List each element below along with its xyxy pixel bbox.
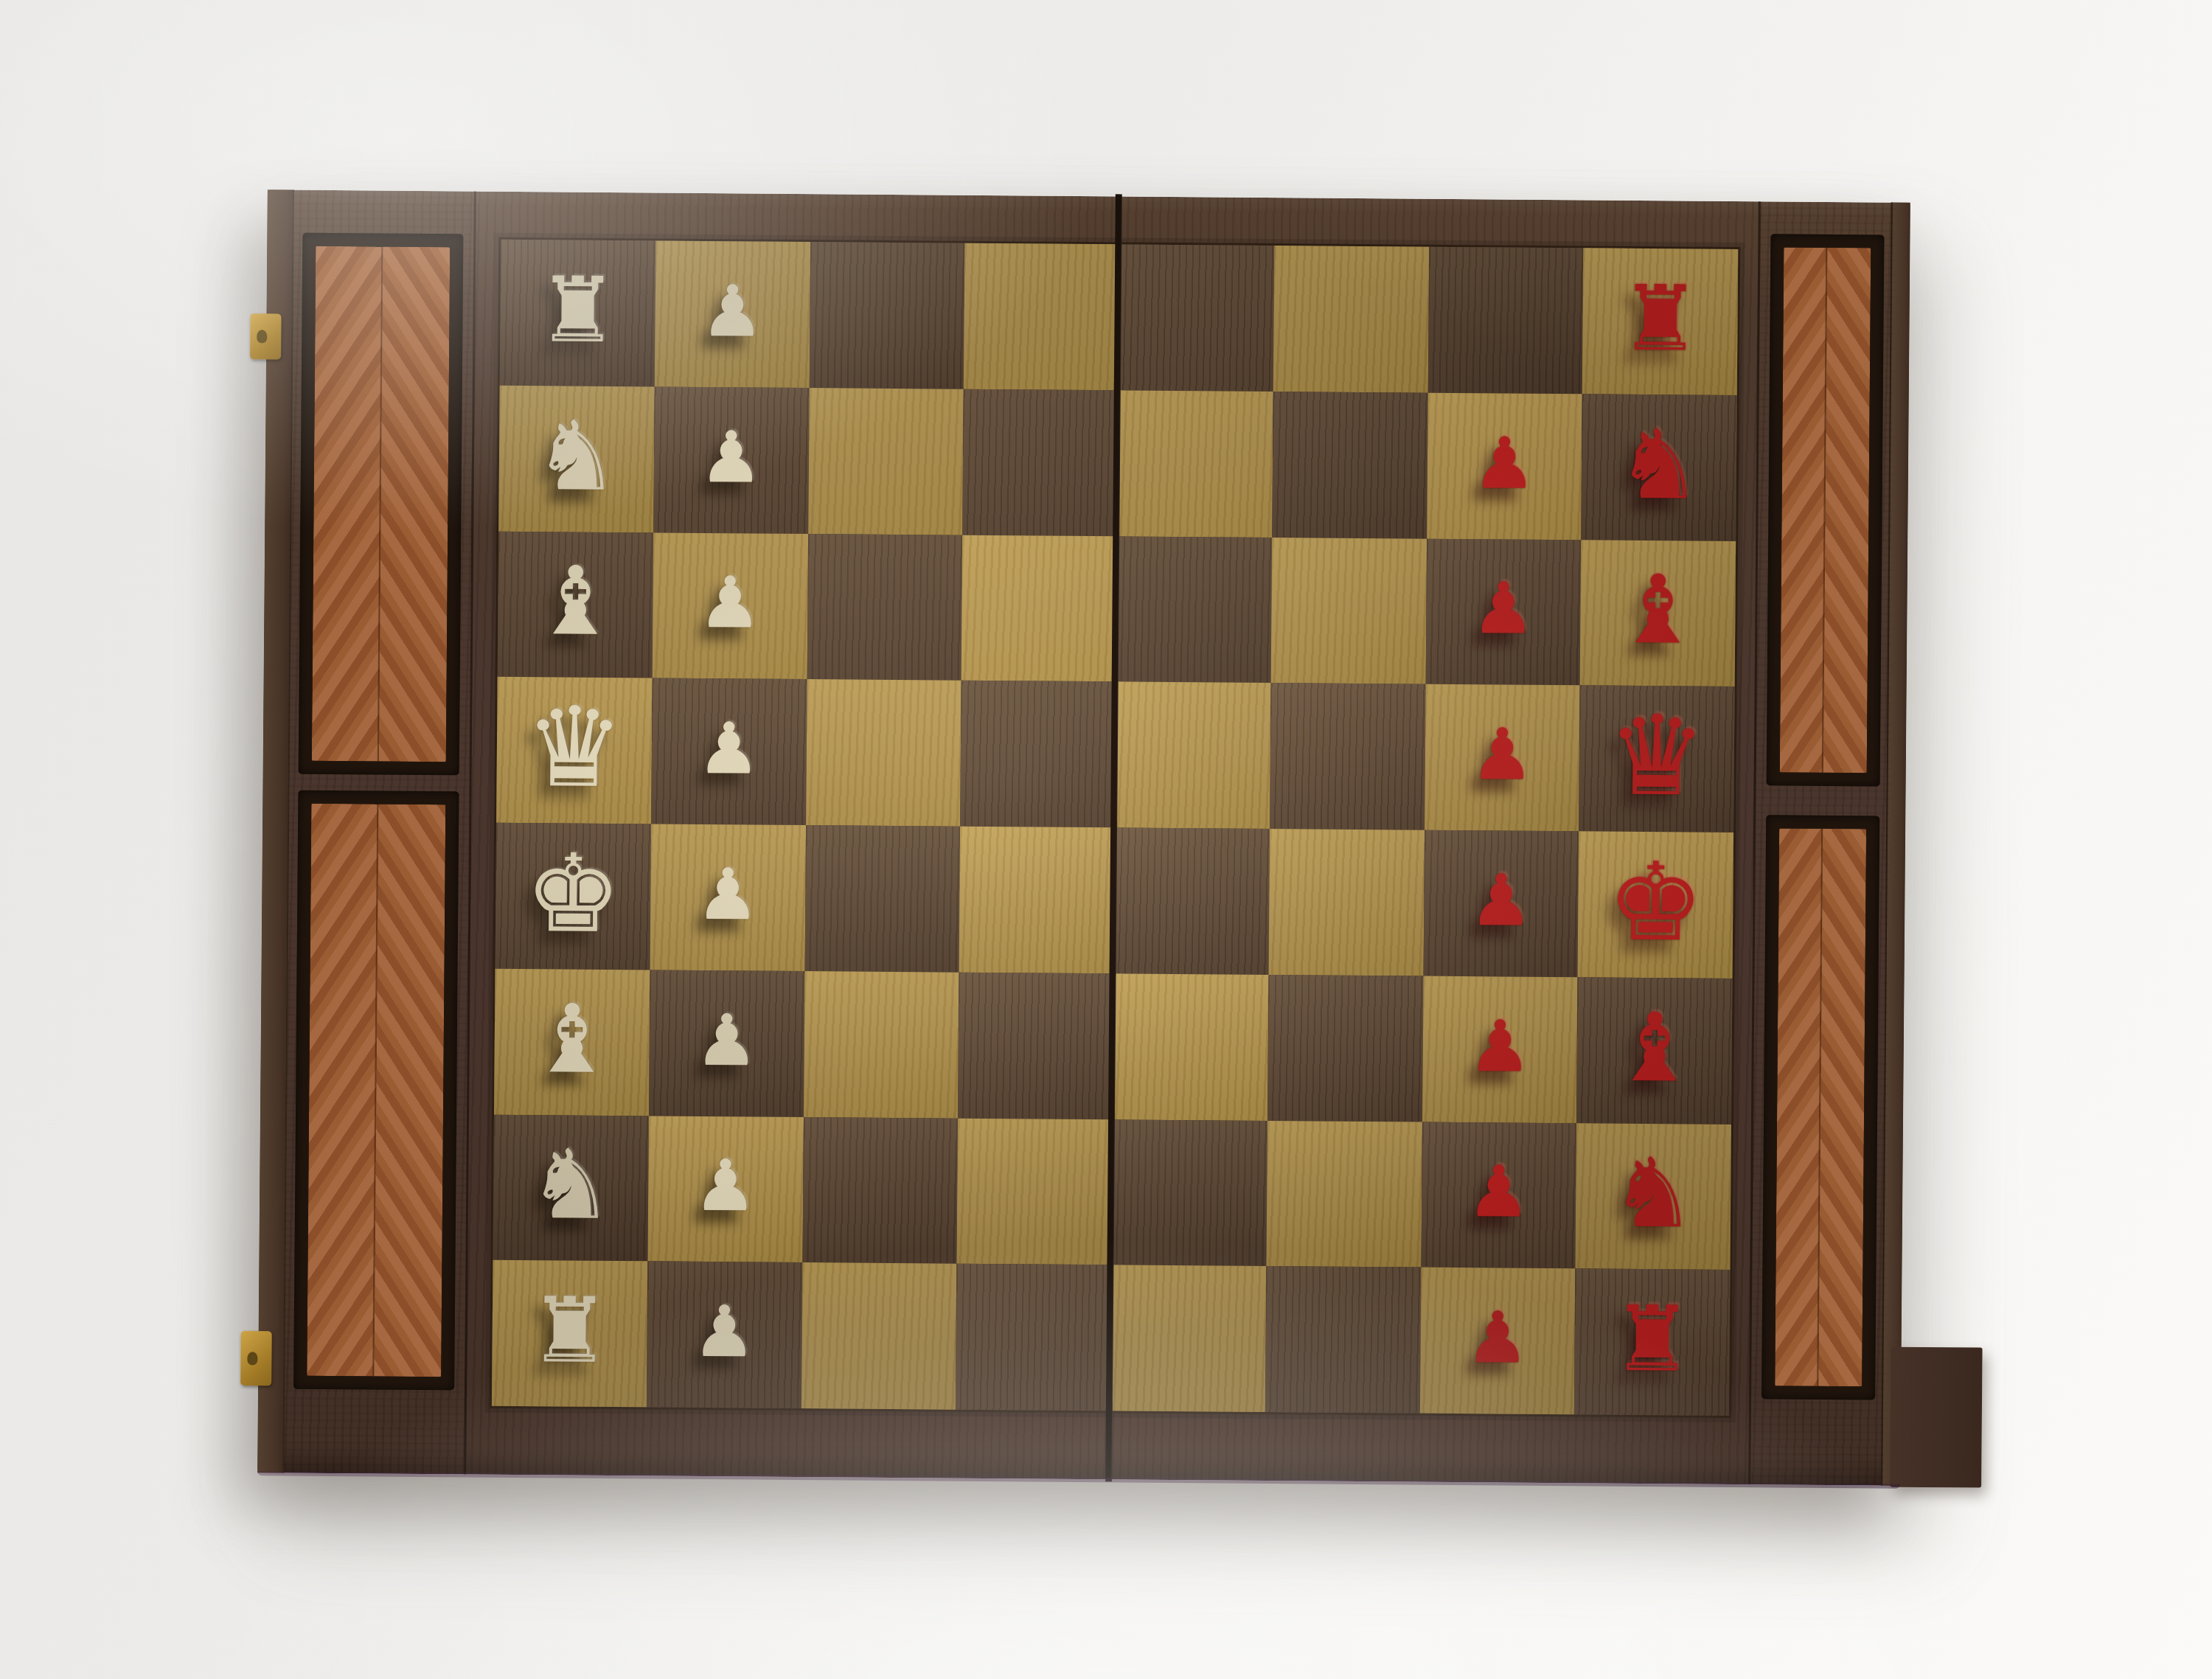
- square-c5[interactable]: [1116, 536, 1272, 683]
- square-c7[interactable]: ♟: [1425, 538, 1581, 685]
- piece-red-queen-d8[interactable]: ♛: [1607, 701, 1707, 812]
- piece-white-king-e1[interactable]: ♚: [524, 839, 622, 948]
- right-panel-column: [1748, 201, 1895, 1485]
- veneer-panel-bottom-right: [1761, 815, 1879, 1400]
- piece-white-rook-a1[interactable]: ♜: [537, 265, 618, 355]
- square-d5[interactable]: [1115, 682, 1270, 829]
- square-d8[interactable]: ♛: [1579, 686, 1734, 832]
- square-e1[interactable]: ♚: [495, 823, 651, 970]
- photo-scene: ♜♟♜♞♟♟♞♝♟♟♝♛♟♟♛♚♟♟♚♝♟♟♝♞♟♟♞♜♟♟♜: [0, 0, 2212, 1679]
- piece-red-knight-g8[interactable]: ♞: [1610, 1145, 1697, 1242]
- piece-white-bishop-f1[interactable]: ♝: [529, 992, 615, 1087]
- square-a1[interactable]: ♜: [500, 240, 655, 386]
- square-f7[interactable]: ♟: [1422, 976, 1577, 1122]
- square-d6[interactable]: [1270, 683, 1425, 830]
- square-b6[interactable]: [1272, 392, 1427, 538]
- square-g6[interactable]: [1266, 1120, 1422, 1267]
- square-g7[interactable]: ♟: [1421, 1122, 1576, 1268]
- piece-red-pawn-g7[interactable]: ♟: [1467, 1156, 1531, 1228]
- piece-red-bishop-c8[interactable]: ♝: [1615, 563, 1701, 658]
- square-e7[interactable]: ♟: [1423, 830, 1579, 977]
- brass-clasp-icon: [250, 313, 281, 359]
- square-h6[interactable]: [1265, 1266, 1421, 1413]
- square-h1[interactable]: ♜: [492, 1260, 647, 1407]
- piece-white-knight-b1[interactable]: ♞: [533, 408, 620, 504]
- square-a5[interactable]: [1119, 244, 1274, 391]
- chevron-veneer: [312, 246, 450, 762]
- square-g3[interactable]: [802, 1117, 958, 1264]
- piece-white-pawn-g2[interactable]: ♟: [693, 1150, 757, 1222]
- square-a3[interactable]: [809, 242, 964, 389]
- square-a7[interactable]: [1427, 247, 1583, 394]
- games-box: ♜♟♜♞♟♟♞♝♟♟♝♛♟♟♛♚♟♟♚♝♟♟♝♞♟♟♞♜♟♟♜: [257, 190, 1910, 1485]
- square-b7[interactable]: ♟: [1427, 392, 1582, 539]
- piece-white-pawn-e2[interactable]: ♟: [696, 859, 760, 931]
- square-b3[interactable]: [808, 388, 964, 535]
- box-corner-block: [1890, 1347, 1982, 1488]
- square-b1[interactable]: ♞: [498, 386, 654, 532]
- square-a8[interactable]: ♜: [1582, 248, 1738, 394]
- square-g8[interactable]: ♞: [1576, 1123, 1731, 1270]
- piece-red-pawn-d7[interactable]: ♟: [1470, 719, 1534, 790]
- piece-white-pawn-f2[interactable]: ♟: [695, 1004, 759, 1076]
- square-h2[interactable]: ♟: [647, 1262, 802, 1408]
- left-panel-column: [282, 190, 476, 1475]
- piece-white-bishop-c1[interactable]: ♝: [532, 555, 618, 650]
- piece-white-rook-h1[interactable]: ♜: [529, 1285, 610, 1376]
- square-d4[interactable]: [960, 681, 1116, 827]
- square-g4[interactable]: [957, 1118, 1113, 1265]
- square-h3[interactable]: [801, 1262, 956, 1409]
- veneer-panel-top-right: [1767, 234, 1885, 786]
- square-d3[interactable]: [806, 679, 961, 826]
- square-f8[interactable]: ♝: [1576, 977, 1732, 1124]
- square-c4[interactable]: [961, 535, 1117, 681]
- square-f1[interactable]: ♝: [494, 968, 650, 1115]
- square-e4[interactable]: [959, 827, 1115, 973]
- square-c2[interactable]: ♟: [652, 532, 807, 679]
- piece-white-pawn-c2[interactable]: ♟: [698, 567, 762, 639]
- piece-red-rook-a8[interactable]: ♜: [1620, 274, 1701, 364]
- piece-white-queen-d1[interactable]: ♛: [524, 692, 625, 803]
- square-f6[interactable]: [1267, 975, 1423, 1122]
- square-f5[interactable]: [1113, 973, 1268, 1120]
- square-a6[interactable]: [1273, 246, 1429, 392]
- piece-white-pawn-a2[interactable]: ♟: [700, 276, 765, 347]
- chevron-veneer: [1775, 828, 1866, 1386]
- square-e8[interactable]: ♚: [1578, 831, 1733, 978]
- square-h5[interactable]: [1110, 1265, 1266, 1412]
- square-c6[interactable]: [1270, 537, 1426, 684]
- piece-white-knight-g1[interactable]: ♞: [527, 1136, 614, 1233]
- square-e3[interactable]: [804, 825, 960, 972]
- square-a2[interactable]: ♟: [655, 240, 810, 387]
- piece-red-pawn-c7[interactable]: ♟: [1471, 573, 1535, 644]
- square-e5[interactable]: [1114, 827, 1270, 974]
- square-f3[interactable]: [804, 971, 959, 1118]
- square-e2[interactable]: ♟: [650, 824, 805, 970]
- piece-red-pawn-e7[interactable]: ♟: [1469, 865, 1533, 936]
- square-c3[interactable]: [807, 534, 962, 681]
- square-a4[interactable]: [964, 243, 1119, 390]
- piece-white-pawn-b2[interactable]: ♟: [699, 422, 763, 493]
- square-e6[interactable]: [1268, 829, 1424, 976]
- piece-red-pawn-h7[interactable]: ♟: [1466, 1302, 1530, 1374]
- square-g1[interactable]: ♞: [493, 1114, 648, 1261]
- square-d2[interactable]: ♟: [651, 678, 807, 825]
- square-c1[interactable]: ♝: [498, 531, 653, 678]
- veneer-panel-bottom-left: [293, 790, 459, 1391]
- brass-clasp-icon: [240, 1331, 272, 1386]
- piece-red-king-e8[interactable]: ♚: [1607, 847, 1704, 956]
- piece-red-knight-b8[interactable]: ♞: [1615, 416, 1703, 512]
- square-d1[interactable]: ♛: [496, 677, 652, 824]
- piece-red-pawn-f7[interactable]: ♟: [1468, 1011, 1532, 1082]
- square-b8[interactable]: ♞: [1581, 394, 1736, 540]
- square-g2[interactable]: ♟: [647, 1116, 803, 1262]
- square-h4[interactable]: [956, 1264, 1111, 1411]
- square-b4[interactable]: [962, 389, 1118, 535]
- square-h8[interactable]: ♜: [1574, 1269, 1730, 1416]
- piece-red-rook-h8[interactable]: ♜: [1612, 1294, 1693, 1385]
- square-h7[interactable]: ♟: [1419, 1268, 1575, 1414]
- square-d7[interactable]: ♟: [1425, 684, 1580, 831]
- piece-white-pawn-d2[interactable]: ♟: [697, 713, 761, 785]
- square-g5[interactable]: [1111, 1119, 1267, 1266]
- square-b2[interactable]: ♟: [653, 386, 809, 533]
- square-c8[interactable]: ♝: [1580, 540, 1736, 686]
- chevron-veneer: [307, 804, 445, 1377]
- square-b5[interactable]: [1117, 390, 1273, 537]
- veneer-panel-top-left: [299, 233, 464, 776]
- piece-white-pawn-h2[interactable]: ♟: [692, 1296, 757, 1368]
- piece-red-pawn-b7[interactable]: ♟: [1472, 428, 1537, 499]
- chevron-veneer: [1780, 247, 1871, 773]
- piece-red-bishop-f8[interactable]: ♝: [1612, 1000, 1697, 1095]
- square-f2[interactable]: ♟: [649, 970, 804, 1116]
- square-f4[interactable]: [958, 972, 1113, 1119]
